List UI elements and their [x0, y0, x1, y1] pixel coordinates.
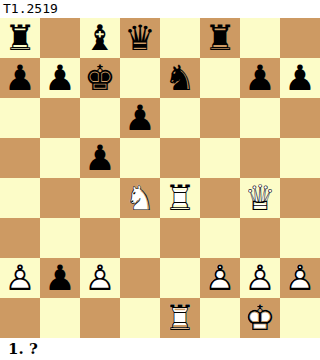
square-a4[interactable]: [0, 178, 40, 218]
square-d6[interactable]: ♟: [120, 98, 160, 138]
square-h4[interactable]: [280, 178, 320, 218]
piece-white-rook: ♖: [160, 178, 200, 218]
square-g7[interactable]: ♟: [240, 58, 280, 98]
piece-white-pawn: ♙: [0, 258, 40, 298]
chess-board: ♜♝♛♜♟♟♚♞♟♟♟♟♞♘♜♖♛♕♟♙♟♟♙♟♙♟♙♟♙♜♖♚♔: [0, 18, 320, 338]
square-e6[interactable]: [160, 98, 200, 138]
square-e1[interactable]: ♜♖: [160, 298, 200, 338]
square-h5[interactable]: [280, 138, 320, 178]
piece-white-knight: ♘: [120, 178, 160, 218]
square-f8[interactable]: ♜: [200, 18, 240, 58]
piece-white-king: ♔: [240, 298, 280, 338]
square-d7[interactable]: [120, 58, 160, 98]
piece-black-pawn: ♟: [0, 58, 40, 98]
chess-puzzle-window: T1.2519 ♜♝♛♜♟♟♚♞♟♟♟♟♞♘♜♖♛♕♟♙♟♟♙♟♙♟♙♟♙♜♖♚…: [0, 0, 320, 360]
square-c5[interactable]: ♟: [80, 138, 120, 178]
square-c4[interactable]: [80, 178, 120, 218]
square-b6[interactable]: [40, 98, 80, 138]
piece-black-bishop: ♝: [80, 18, 120, 58]
square-b1[interactable]: [40, 298, 80, 338]
square-c1[interactable]: [80, 298, 120, 338]
square-b7[interactable]: ♟: [40, 58, 80, 98]
square-f3[interactable]: [200, 218, 240, 258]
square-g3[interactable]: [240, 218, 280, 258]
piece-white-pawn: ♙: [280, 258, 320, 298]
square-c2[interactable]: ♟♙: [80, 258, 120, 298]
square-f2[interactable]: ♟♙: [200, 258, 240, 298]
piece-black-rook: ♜: [0, 18, 40, 58]
square-d5[interactable]: [120, 138, 160, 178]
square-a5[interactable]: [0, 138, 40, 178]
square-h1[interactable]: [280, 298, 320, 338]
square-f5[interactable]: [200, 138, 240, 178]
square-a6[interactable]: [0, 98, 40, 138]
square-e4[interactable]: ♜♖: [160, 178, 200, 218]
piece-black-pawn: ♟: [40, 258, 80, 298]
piece-black-pawn: ♟: [40, 58, 80, 98]
piece-black-rook: ♜: [200, 18, 240, 58]
square-a1[interactable]: [0, 298, 40, 338]
square-f4[interactable]: [200, 178, 240, 218]
piece-black-pawn: ♟: [240, 58, 280, 98]
square-d3[interactable]: [120, 218, 160, 258]
square-f6[interactable]: [200, 98, 240, 138]
piece-white-queen: ♕: [240, 178, 280, 218]
square-c6[interactable]: [80, 98, 120, 138]
square-h7[interactable]: ♟: [280, 58, 320, 98]
piece-white-pawn: ♙: [240, 258, 280, 298]
square-b4[interactable]: [40, 178, 80, 218]
square-g2[interactable]: ♟♙: [240, 258, 280, 298]
square-e2[interactable]: [160, 258, 200, 298]
square-g5[interactable]: [240, 138, 280, 178]
square-f7[interactable]: [200, 58, 240, 98]
square-b5[interactable]: [40, 138, 80, 178]
piece-black-pawn: ♟: [80, 138, 120, 178]
square-d2[interactable]: [120, 258, 160, 298]
square-f1[interactable]: [200, 298, 240, 338]
puzzle-title: T1.2519: [3, 1, 58, 16]
piece-black-queen: ♛: [120, 18, 160, 58]
piece-black-pawn: ♟: [120, 98, 160, 138]
square-a2[interactable]: ♟♙: [0, 258, 40, 298]
piece-black-pawn: ♟: [280, 58, 320, 98]
square-b2[interactable]: ♟: [40, 258, 80, 298]
square-e5[interactable]: [160, 138, 200, 178]
square-c8[interactable]: ♝: [80, 18, 120, 58]
square-h2[interactable]: ♟♙: [280, 258, 320, 298]
move-prompt: 1. ?: [8, 340, 38, 358]
square-c3[interactable]: [80, 218, 120, 258]
square-a7[interactable]: ♟: [0, 58, 40, 98]
square-h3[interactable]: [280, 218, 320, 258]
piece-white-pawn: ♙: [200, 258, 240, 298]
square-e3[interactable]: [160, 218, 200, 258]
square-b8[interactable]: [40, 18, 80, 58]
square-e7[interactable]: ♞: [160, 58, 200, 98]
piece-black-king: ♚: [80, 58, 120, 98]
square-g1[interactable]: ♚♔: [240, 298, 280, 338]
square-h6[interactable]: [280, 98, 320, 138]
square-a8[interactable]: ♜: [0, 18, 40, 58]
piece-white-rook: ♖: [160, 298, 200, 338]
square-c7[interactable]: ♚: [80, 58, 120, 98]
square-e8[interactable]: [160, 18, 200, 58]
square-g6[interactable]: [240, 98, 280, 138]
piece-black-knight: ♞: [160, 58, 200, 98]
square-g8[interactable]: [240, 18, 280, 58]
square-h8[interactable]: [280, 18, 320, 58]
square-b3[interactable]: [40, 218, 80, 258]
square-d4[interactable]: ♞♘: [120, 178, 160, 218]
square-d1[interactable]: [120, 298, 160, 338]
square-a3[interactable]: [0, 218, 40, 258]
piece-white-pawn: ♙: [80, 258, 120, 298]
square-d8[interactable]: ♛: [120, 18, 160, 58]
square-g4[interactable]: ♛♕: [240, 178, 280, 218]
